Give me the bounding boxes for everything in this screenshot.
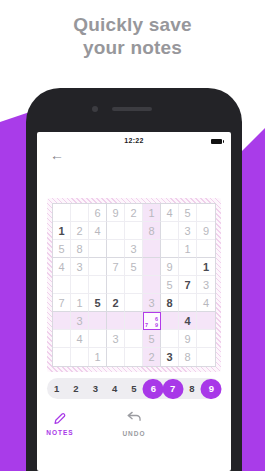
- cell-r1c4[interactable]: 9: [107, 204, 125, 222]
- cell-r1c5[interactable]: 2: [125, 204, 143, 222]
- number-button-4[interactable]: 4: [105, 378, 124, 399]
- cell-r3c5[interactable]: 3: [125, 240, 143, 258]
- number-button-7[interactable]: 7: [163, 378, 182, 399]
- cell-r5c2[interactable]: [71, 276, 89, 294]
- number-button-label: 4: [112, 383, 117, 394]
- toolbar: NOTES UNDO: [37, 408, 231, 437]
- cell-r8c6[interactable]: 5: [143, 330, 161, 348]
- number-pad[interactable]: 123456789: [47, 378, 221, 399]
- cell-r9c1[interactable]: [53, 348, 71, 366]
- notes-button-label: NOTES: [46, 430, 73, 437]
- cell-r7c7[interactable]: [161, 312, 179, 330]
- cell-r1c7[interactable]: 4: [161, 204, 179, 222]
- cell-r9c2[interactable]: [71, 348, 89, 366]
- number-button-5[interactable]: 5: [124, 378, 143, 399]
- board-frame: 6921451248395831437591573715238436794435…: [47, 198, 221, 372]
- sudoku-board[interactable]: 6921451248395831437591573715238436794435…: [53, 204, 215, 366]
- camera-dot-icon: [92, 106, 98, 112]
- cell-r6c8[interactable]: [179, 294, 197, 312]
- cell-r7c4[interactable]: [107, 312, 125, 330]
- number-button-9[interactable]: 9: [202, 378, 221, 399]
- number-button-label: 8: [189, 383, 194, 394]
- cell-r3c6[interactable]: [143, 240, 161, 258]
- cell-notes: 679: [144, 313, 159, 328]
- cell-r2c9[interactable]: 9: [197, 222, 215, 240]
- cell-r6c9[interactable]: 4: [197, 294, 215, 312]
- cell-r3c8[interactable]: 1: [179, 240, 197, 258]
- cell-r8c7[interactable]: [161, 330, 179, 348]
- cell-r9c6[interactable]: 2: [143, 348, 161, 366]
- speaker-slot: [112, 107, 152, 111]
- cell-r4c6[interactable]: [143, 258, 161, 276]
- cell-r5c5[interactable]: [125, 276, 143, 294]
- back-button[interactable]: ←: [50, 148, 64, 162]
- cell-r9c5[interactable]: [125, 348, 143, 366]
- battery-icon: [211, 139, 222, 144]
- cell-r5c4[interactable]: [107, 276, 125, 294]
- cell-r2c4[interactable]: [107, 222, 125, 240]
- cell-r2c1[interactable]: 1: [53, 222, 71, 240]
- cell-r4c5[interactable]: 5: [125, 258, 143, 276]
- note-digit-7: 7: [144, 323, 149, 329]
- number-button-1[interactable]: 1: [47, 378, 66, 399]
- cell-r8c9[interactable]: [197, 330, 215, 348]
- cell-r2c2[interactable]: 2: [71, 222, 89, 240]
- cell-r1c1[interactable]: [53, 204, 71, 222]
- cell-r9c9[interactable]: [197, 348, 215, 366]
- cell-r8c2[interactable]: 4: [71, 330, 89, 348]
- number-button-label: 1: [54, 383, 59, 394]
- number-button-2[interactable]: 2: [66, 378, 85, 399]
- back-arrow-icon: ←: [50, 147, 64, 163]
- cell-r2c6[interactable]: 8: [143, 222, 161, 240]
- cell-r3c7[interactable]: [161, 240, 179, 258]
- cell-r8c3[interactable]: [89, 330, 107, 348]
- cell-r6c2[interactable]: 1: [71, 294, 89, 312]
- number-button-8[interactable]: 8: [182, 378, 201, 399]
- undo-button-label: UNDO: [122, 430, 145, 437]
- cell-r8c1[interactable]: [53, 330, 71, 348]
- cell-r5c8[interactable]: 7: [179, 276, 197, 294]
- cell-r4c4[interactable]: 7: [107, 258, 125, 276]
- cell-r6c3[interactable]: 5: [89, 294, 107, 312]
- number-button-label: 2: [73, 383, 78, 394]
- cell-r3c3[interactable]: [89, 240, 107, 258]
- number-button-6[interactable]: 6: [144, 378, 163, 399]
- cell-r1c8[interactable]: 5: [179, 204, 197, 222]
- cell-r4c8[interactable]: [179, 258, 197, 276]
- cell-r6c1[interactable]: 7: [53, 294, 71, 312]
- cell-r2c3[interactable]: 4: [89, 222, 107, 240]
- phone-mockup: 12:22 ← 69214512483958314375915737152384…: [26, 88, 242, 471]
- undo-arrow-icon: [125, 408, 144, 427]
- cell-r5c1[interactable]: [53, 276, 71, 294]
- cell-r2c7[interactable]: [161, 222, 179, 240]
- number-button-label: 7: [170, 383, 175, 394]
- cell-r1c3[interactable]: 6: [89, 204, 107, 222]
- notes-button[interactable]: NOTES: [38, 409, 82, 436]
- cell-r4c9[interactable]: 1: [197, 258, 215, 276]
- number-button-3[interactable]: 3: [86, 378, 105, 399]
- note-digit-9: 9: [154, 323, 159, 329]
- number-button-label: 6: [151, 383, 156, 394]
- cell-r6c4[interactable]: 2: [107, 294, 125, 312]
- number-button-label: 5: [131, 383, 136, 394]
- cell-r7c5[interactable]: [125, 312, 143, 330]
- cell-r9c8[interactable]: 8: [179, 348, 197, 366]
- page-title-line1: Quickly save: [0, 13, 265, 36]
- cell-r7c9[interactable]: [197, 312, 215, 330]
- cell-r2c8[interactable]: 3: [179, 222, 197, 240]
- cell-r2c5[interactable]: [125, 222, 143, 240]
- promo-screenshot: Quickly save your notes 12:22 ← 69214512…: [0, 0, 265, 471]
- pencil-icon: [51, 409, 70, 427]
- cell-r8c5[interactable]: [125, 330, 143, 348]
- cell-r7c2[interactable]: 3: [71, 312, 89, 330]
- undo-button[interactable]: UNDO: [112, 408, 156, 437]
- cell-r6c7[interactable]: 8: [161, 294, 179, 312]
- cell-r8c4[interactable]: 3: [107, 330, 125, 348]
- cell-r3c4[interactable]: [107, 240, 125, 258]
- number-button-label: 9: [209, 383, 214, 394]
- cell-r5c7[interactable]: 5: [161, 276, 179, 294]
- cell-r7c1[interactable]: [53, 312, 71, 330]
- cell-r3c9[interactable]: [197, 240, 215, 258]
- cell-r4c7[interactable]: 9: [161, 258, 179, 276]
- cell-r4c1[interactable]: 4: [53, 258, 71, 276]
- cell-r1c6[interactable]: 1: [143, 204, 161, 222]
- cell-r8c8[interactable]: 9: [179, 330, 197, 348]
- cell-r6c6[interactable]: 3: [143, 294, 161, 312]
- cell-r4c2[interactable]: 3: [71, 258, 89, 276]
- cell-r1c9[interactable]: [197, 204, 215, 222]
- cell-r7c8[interactable]: 4: [179, 312, 197, 330]
- number-button-label: 3: [93, 383, 98, 394]
- cell-r9c7[interactable]: 3: [161, 348, 179, 366]
- page-title: Quickly save your notes: [0, 13, 265, 59]
- app-screen: 12:22 ← 69214512483958314375915737152384…: [37, 132, 231, 471]
- cell-r4c3[interactable]: [89, 258, 107, 276]
- cell-r5c9[interactable]: 3: [197, 276, 215, 294]
- cell-r9c4[interactable]: [107, 348, 125, 366]
- cell-r3c2[interactable]: 8: [71, 240, 89, 258]
- cell-r1c2[interactable]: [71, 204, 89, 222]
- cell-r7c6[interactable]: 679: [143, 312, 161, 330]
- cell-r5c3[interactable]: [89, 276, 107, 294]
- cell-r6c5[interactable]: [125, 294, 143, 312]
- page-title-line2: your notes: [0, 36, 265, 59]
- status-time: 12:22: [37, 137, 231, 144]
- cell-r9c3[interactable]: 1: [89, 348, 107, 366]
- cell-r7c3[interactable]: [89, 312, 107, 330]
- cell-r5c6[interactable]: [143, 276, 161, 294]
- cell-r3c1[interactable]: 5: [53, 240, 71, 258]
